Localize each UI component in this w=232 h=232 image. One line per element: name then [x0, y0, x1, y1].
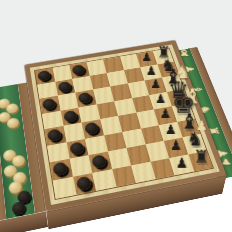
square-f4 [136, 110, 159, 129]
square-e5 [114, 98, 136, 116]
checker-dark [47, 128, 62, 142]
piece-black-pawn: ♟ [170, 139, 182, 153]
piece-black-pawn: ♟ [165, 123, 177, 136]
checker-dark [42, 98, 56, 111]
perspective-wrapper: ♟♝♞♜♟♝♟ ♟♜♟♞♟♝♟♛♟♚♟♝♟♞♟♜ ♞♝♟ [10, 14, 222, 220]
piece-black-pawn: ♟ [146, 64, 157, 76]
checker-dark [52, 161, 68, 176]
checker-dark [84, 122, 99, 136]
lying-piece-cream-knight: ♞ [198, 104, 213, 115]
square-f1 [150, 158, 174, 179]
checker-dark [75, 175, 92, 191]
lying-piece-cream-bishop: ♝ [190, 85, 204, 95]
checker-dark [63, 110, 78, 123]
checker-cream [12, 154, 26, 167]
piece-cream-pawn: ♟ [219, 158, 232, 166]
checker-cream [3, 149, 17, 162]
wooden-box-top: ♟♝♞♜♟♝♟ ♟♜♟♞♟♝♟♛♟♚♟♝♟♞♟♜ ♞♝♟ [25, 40, 227, 211]
checker-dark [69, 141, 85, 155]
piece-black-pawn: ♟ [155, 92, 166, 105]
checker-dark [11, 201, 26, 216]
lying-piece-cream-pawn: ♟ [183, 64, 197, 73]
square-d2 [108, 148, 131, 169]
square-c5 [78, 104, 100, 122]
piece-black-pawn: ♟ [142, 51, 153, 63]
checker-cream [8, 180, 22, 194]
piece-black-pawn: ♟ [150, 78, 161, 90]
checker-dark [77, 92, 92, 104]
piece-black-pawn: ♟ [160, 107, 172, 120]
square-a5 [42, 110, 63, 129]
lying-piece-cream-pawn: ♟ [214, 148, 230, 160]
square-b5 [60, 107, 81, 126]
checker-cream [3, 164, 17, 178]
piece-cream-bishop: ♝ [175, 48, 193, 58]
checker-dark [37, 70, 51, 82]
checker-cream [13, 171, 27, 185]
piece-black-rook: ♜ [193, 148, 209, 166]
checker-dark [91, 154, 107, 169]
checker-cream [7, 117, 20, 129]
piece-black-pawn: ♟ [176, 156, 188, 170]
checker-dark [71, 64, 85, 75]
square-a6 [40, 96, 61, 114]
lying-piece-cream-rook: ♜ [206, 125, 221, 136]
checker-dark [17, 190, 31, 204]
product-photo-chess-draughts-set: ♟♝♞♜♟♝♟ ♟♜♟♞♟♝♟♛♟♚♟♝♟♞♟♜ ♞♝♟ [0, 0, 232, 232]
checker-dark [57, 81, 71, 93]
